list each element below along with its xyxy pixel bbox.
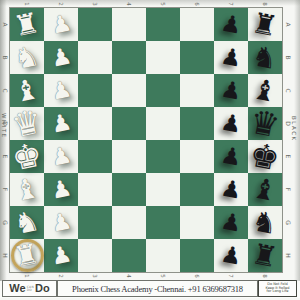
black-knight-g8[interactable]: ♞ [250, 206, 280, 238]
square-b6[interactable] [180, 41, 214, 74]
brand-logo: We CAN DO Do [2, 280, 57, 297]
square-e3[interactable] [78, 140, 112, 173]
square-a6[interactable] [180, 8, 214, 41]
black-pawn-c7[interactable]: ♟ [219, 77, 244, 104]
square-a1[interactable]: ♜ [10, 8, 44, 41]
square-f5[interactable] [146, 173, 180, 206]
square-e8[interactable]: ♚ [248, 140, 282, 173]
logo-word-we: We [9, 283, 25, 294]
white-king-e1[interactable]: ♚ [9, 137, 45, 175]
square-f6[interactable] [180, 173, 214, 206]
logo-sub-text: CAN DO [27, 286, 34, 292]
black-knight-b8[interactable]: ♞ [250, 41, 280, 73]
square-f1[interactable]: ♝ [10, 173, 44, 206]
square-e4[interactable] [112, 140, 146, 173]
black-pawn-e7[interactable]: ♟ [219, 143, 244, 170]
square-e6[interactable] [180, 140, 214, 173]
square-g2[interactable]: ♟ [44, 206, 78, 239]
square-d1[interactable]: ♛ [10, 107, 44, 140]
white-pawn-e2[interactable]: ♟ [49, 143, 74, 170]
black-bishop-f8[interactable]: ♝ [250, 173, 280, 205]
white-pawn-d2[interactable]: ♟ [49, 110, 74, 137]
square-a3[interactable] [78, 8, 112, 41]
black-pawn-h7[interactable]: ♟ [219, 242, 244, 269]
square-b7[interactable]: ♟ [214, 41, 248, 74]
square-c2[interactable]: ♟ [44, 74, 78, 107]
square-h2[interactable]: ♟ [44, 239, 78, 272]
black-rook-h8[interactable]: ♜ [250, 239, 280, 271]
square-b5[interactable] [146, 41, 180, 74]
square-a2[interactable]: ♟ [44, 8, 78, 41]
square-g5[interactable] [146, 206, 180, 239]
square-h3[interactable] [78, 239, 112, 272]
square-g1[interactable]: ♞ [10, 206, 44, 239]
top-rank-coordinates: 12345678 [10, 0, 282, 8]
black-pawn-g7[interactable]: ♟ [219, 209, 244, 236]
black-side-label: BLACK [291, 116, 297, 142]
square-a8[interactable]: ♜ [248, 8, 282, 41]
white-knight-b1[interactable]: ♞ [12, 41, 42, 74]
square-d5[interactable] [146, 107, 180, 140]
square-a5[interactable] [146, 8, 180, 41]
square-f7[interactable]: ♟ [214, 173, 248, 206]
square-b1[interactable]: ♞ [10, 41, 44, 74]
square-d7[interactable]: ♟ [214, 107, 248, 140]
chess-board-photo: 12345678 12345678 ABCDEFGH ABCDEFGH WHIT… [0, 0, 300, 300]
square-a7[interactable]: ♟ [214, 8, 248, 41]
square-h7[interactable]: ♟ [214, 239, 248, 272]
bottom-banner: We CAN DO Do Phoenix Chess Academy -Chen… [0, 280, 300, 298]
white-pawn-f2[interactable]: ♟ [49, 176, 74, 203]
black-king-e8[interactable]: ♚ [247, 137, 282, 175]
white-pawn-g2[interactable]: ♟ [49, 209, 74, 236]
square-c7[interactable]: ♟ [214, 74, 248, 107]
square-f3[interactable] [78, 173, 112, 206]
square-e2[interactable]: ♟ [44, 140, 78, 173]
white-pawn-b2[interactable]: ♟ [49, 44, 74, 71]
square-g3[interactable] [78, 206, 112, 239]
square-e1[interactable]: ♚ [10, 140, 44, 173]
white-bishop-f1[interactable]: ♝ [12, 173, 42, 206]
black-pawn-d7[interactable]: ♟ [219, 110, 244, 137]
white-knight-g1[interactable]: ♞ [12, 206, 42, 239]
black-pawn-b7[interactable]: ♟ [219, 44, 244, 71]
white-side-label: WHITE [1, 113, 7, 139]
square-g7[interactable]: ♟ [214, 206, 248, 239]
square-f4[interactable] [112, 173, 146, 206]
square-g6[interactable] [180, 206, 214, 239]
logo-word-do: Do [35, 283, 50, 294]
square-d3[interactable] [78, 107, 112, 140]
black-pawn-a7[interactable]: ♟ [219, 11, 244, 38]
square-c4[interactable] [112, 74, 146, 107]
square-g4[interactable] [112, 206, 146, 239]
black-rook-a8[interactable]: ♜ [250, 8, 280, 40]
white-pawn-c2[interactable]: ♟ [49, 77, 74, 104]
care-instructions-label: Do Not Fold Keep it Rolled for Long Life [258, 280, 297, 297]
square-h8[interactable]: ♜ [248, 239, 282, 272]
square-g8[interactable]: ♞ [248, 206, 282, 239]
square-b2[interactable]: ♟ [44, 41, 78, 74]
square-c3[interactable] [78, 74, 112, 107]
square-a4[interactable] [112, 8, 146, 41]
square-b4[interactable] [112, 41, 146, 74]
white-rook-a1[interactable]: ♜ [12, 8, 42, 41]
square-e5[interactable] [146, 140, 180, 173]
square-f8[interactable]: ♝ [248, 173, 282, 206]
square-h6[interactable] [180, 239, 214, 272]
square-h1[interactable]: ♜ [10, 239, 44, 272]
square-f2[interactable]: ♟ [44, 173, 78, 206]
square-b8[interactable]: ♞ [248, 41, 282, 74]
white-pawn-h2[interactable]: ♟ [49, 242, 74, 269]
academy-banner-text: Phoenix Chess Academy -Chennai. +91 6369… [57, 280, 258, 297]
bottom-rank-coordinates: 12345678 [10, 272, 282, 280]
white-pawn-a2[interactable]: ♟ [49, 11, 74, 38]
black-pawn-f7[interactable]: ♟ [219, 176, 244, 203]
square-h5[interactable] [146, 239, 180, 272]
square-d2[interactable]: ♟ [44, 107, 78, 140]
square-h4[interactable] [112, 239, 146, 272]
square-c1[interactable]: ♝ [10, 74, 44, 107]
chess-board[interactable]: ♜♟♟♜♞♟♟♞♝♟♟♝♛♟♟♛♚♟♟♚♝♟♟♝♞♟♟♞♜♟♟♜ [10, 8, 282, 272]
square-c5[interactable] [146, 74, 180, 107]
square-c6[interactable] [180, 74, 214, 107]
square-e7[interactable]: ♟ [214, 140, 248, 173]
square-d6[interactable] [180, 107, 214, 140]
square-d4[interactable] [112, 107, 146, 140]
square-b3[interactable] [78, 41, 112, 74]
